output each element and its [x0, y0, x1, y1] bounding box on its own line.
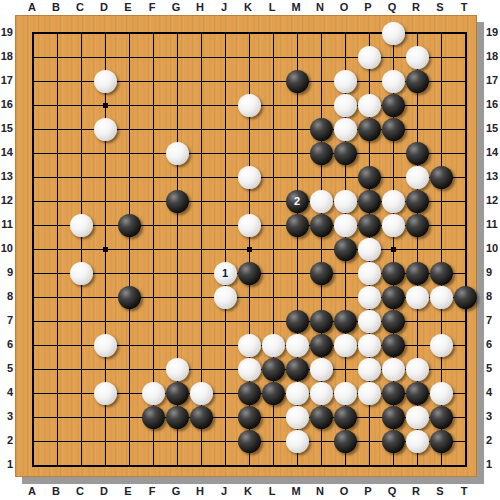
- stone-G3: [166, 406, 189, 429]
- stone-O7: [334, 310, 357, 333]
- stone-Q16: [382, 94, 405, 117]
- stone-O6: [334, 334, 357, 357]
- stone-N3: [310, 406, 333, 429]
- coord-label: K: [238, 0, 258, 15]
- stone-O10: [334, 238, 357, 261]
- coord-label: 15: [486, 120, 500, 136]
- star-point: [103, 247, 108, 252]
- stone-P7: [358, 310, 381, 333]
- stone-L5: [262, 358, 285, 381]
- coord-label: L: [262, 484, 282, 499]
- stone-Q3: [382, 406, 405, 429]
- coord-label: Q: [382, 484, 402, 499]
- coord-label: 18: [486, 48, 500, 64]
- coord-label: 7: [486, 312, 500, 328]
- coord-label: J: [214, 0, 234, 15]
- coord-label: S: [430, 484, 450, 499]
- stone-G12: [166, 190, 189, 213]
- stone-P10: [358, 238, 381, 261]
- stone-P9: [358, 262, 381, 285]
- coord-label: J: [214, 484, 234, 499]
- coord-label: P: [358, 0, 378, 15]
- stone-O11: [334, 214, 357, 237]
- coord-label: 12: [0, 192, 13, 208]
- stone-O14: [334, 142, 357, 165]
- coord-label: G: [166, 0, 186, 15]
- stone-Q11: [382, 214, 405, 237]
- stone-O2: [334, 430, 357, 453]
- stone-N11: [310, 214, 333, 237]
- stone-G4: [166, 382, 189, 405]
- stone-R17: [406, 70, 429, 93]
- stone-O17: [334, 70, 357, 93]
- stone-O3: [334, 406, 357, 429]
- stone-Q5: [382, 358, 405, 381]
- coord-label: H: [190, 484, 210, 499]
- stone-Q17: [382, 70, 405, 93]
- coord-label: O: [334, 484, 354, 499]
- stone-T8: [454, 286, 477, 309]
- stone-R9: [406, 262, 429, 285]
- coord-label: 19: [0, 24, 13, 40]
- stone-P18: [358, 46, 381, 69]
- stone-K6: [238, 334, 261, 357]
- coord-label: C: [70, 0, 90, 15]
- stone-L4: [262, 382, 285, 405]
- stone-M6: [286, 334, 309, 357]
- stone-M4: [286, 382, 309, 405]
- stone-K16: [238, 94, 261, 117]
- stone-D4: [94, 382, 117, 405]
- coord-label: 16: [486, 96, 500, 112]
- stone-K2: [238, 430, 261, 453]
- coord-label: 14: [0, 144, 13, 160]
- stone-R12: [406, 190, 429, 213]
- coord-label: 8: [486, 288, 500, 304]
- stone-P4: [358, 382, 381, 405]
- stone-D17: [94, 70, 117, 93]
- stone-P13: [358, 166, 381, 189]
- coord-label: B: [46, 484, 66, 499]
- coord-label: L: [262, 0, 282, 15]
- coord-label: H: [190, 0, 210, 15]
- stone-R13: [406, 166, 429, 189]
- stone-P6: [358, 334, 381, 357]
- stone-M17: [286, 70, 309, 93]
- stone-Q9: [382, 262, 405, 285]
- stone-S2: [430, 430, 453, 453]
- stone-R3: [406, 406, 429, 429]
- stone-N7: [310, 310, 333, 333]
- stone-E11: [118, 214, 141, 237]
- stone-O16: [334, 94, 357, 117]
- stone-L6: [262, 334, 285, 357]
- stone-P11: [358, 214, 381, 237]
- stone-S6: [430, 334, 453, 357]
- stone-O15: [334, 118, 357, 141]
- stone-R14: [406, 142, 429, 165]
- coord-label: E: [118, 484, 138, 499]
- coord-label: 3: [0, 408, 13, 424]
- coord-label: F: [142, 484, 162, 499]
- stone-Q7: [382, 310, 405, 333]
- stone-K3: [238, 406, 261, 429]
- stone-N5: [310, 358, 333, 381]
- stone-M12: 2: [286, 190, 309, 213]
- stone-R18: [406, 46, 429, 69]
- coord-label: R: [406, 0, 426, 15]
- go-diagram-page: 21 ABCDEFGHJKLMNOPQRST ABCDEFGHJKLMNOPQR…: [0, 0, 500, 500]
- stone-S8: [430, 286, 453, 309]
- coord-label: D: [94, 0, 114, 15]
- stone-F4: [142, 382, 165, 405]
- coord-label: A: [22, 484, 42, 499]
- stone-F3: [142, 406, 165, 429]
- stone-Q4: [382, 382, 405, 405]
- coord-label: D: [94, 484, 114, 499]
- coord-label: 14: [486, 144, 500, 160]
- stone-K4: [238, 382, 261, 405]
- coord-label: G: [166, 484, 186, 499]
- stone-N15: [310, 118, 333, 141]
- coord-label: 11: [486, 216, 500, 232]
- stone-R5: [406, 358, 429, 381]
- coord-label: Q: [382, 0, 402, 15]
- coord-label: P: [358, 484, 378, 499]
- stone-K9: [238, 262, 261, 285]
- coord-label: 19: [486, 24, 500, 40]
- coord-label: 8: [0, 288, 13, 304]
- stone-M7: [286, 310, 309, 333]
- coord-label: F: [142, 0, 162, 15]
- coord-label: K: [238, 484, 258, 499]
- move-number-label: 1: [222, 268, 228, 279]
- stone-C11: [70, 214, 93, 237]
- stone-R4: [406, 382, 429, 405]
- go-board[interactable]: 21: [15, 15, 477, 477]
- stone-P5: [358, 358, 381, 381]
- stone-Q2: [382, 430, 405, 453]
- stone-O4: [334, 382, 357, 405]
- stone-Q12: [382, 190, 405, 213]
- stone-Q15: [382, 118, 405, 141]
- coord-label: 10: [486, 240, 500, 256]
- coord-label: N: [310, 484, 330, 499]
- stone-R2: [406, 430, 429, 453]
- coord-label: 16: [0, 96, 13, 112]
- coord-label: 13: [0, 168, 13, 184]
- coord-label: 4: [0, 384, 13, 400]
- stone-G14: [166, 142, 189, 165]
- coord-label: 1: [486, 456, 500, 472]
- coord-label: 13: [486, 168, 500, 184]
- stone-P16: [358, 94, 381, 117]
- coord-label: T: [454, 0, 474, 15]
- coord-label: 2: [486, 432, 500, 448]
- coord-label: 6: [0, 336, 13, 352]
- coord-label: 10: [0, 240, 13, 256]
- stone-D6: [94, 334, 117, 357]
- coord-label: 7: [0, 312, 13, 328]
- stone-N14: [310, 142, 333, 165]
- stone-E8: [118, 286, 141, 309]
- coord-label: 11: [0, 216, 13, 232]
- stone-S13: [430, 166, 453, 189]
- coord-label: 6: [486, 336, 500, 352]
- coord-label: 15: [0, 120, 13, 136]
- coord-label: M: [286, 484, 306, 499]
- coord-label: M: [286, 0, 306, 15]
- coord-label: 5: [486, 360, 500, 376]
- stone-Q6: [382, 334, 405, 357]
- coord-label: E: [118, 0, 138, 15]
- stone-N9: [310, 262, 333, 285]
- coord-label: A: [22, 0, 42, 15]
- coord-label: C: [70, 484, 90, 499]
- stone-K5: [238, 358, 261, 381]
- stone-K13: [238, 166, 261, 189]
- stone-J8: [214, 286, 237, 309]
- stone-N12: [310, 190, 333, 213]
- stone-P15: [358, 118, 381, 141]
- coord-label: 2: [0, 432, 13, 448]
- star-point: [391, 247, 396, 252]
- stone-G5: [166, 358, 189, 381]
- stone-N6: [310, 334, 333, 357]
- star-point: [103, 103, 108, 108]
- stone-M3: [286, 406, 309, 429]
- coord-label: 1: [0, 456, 13, 472]
- coord-label: T: [454, 484, 474, 499]
- coord-label: 17: [0, 72, 13, 88]
- stone-J9: 1: [214, 262, 237, 285]
- coord-label: 9: [0, 264, 13, 280]
- stone-P12: [358, 190, 381, 213]
- coord-label: 4: [486, 384, 500, 400]
- stone-R8: [406, 286, 429, 309]
- stone-M5: [286, 358, 309, 381]
- stone-S3: [430, 406, 453, 429]
- stone-K11: [238, 214, 261, 237]
- coord-label: 9: [486, 264, 500, 280]
- stone-D15: [94, 118, 117, 141]
- stone-M11: [286, 214, 309, 237]
- stone-C9: [70, 262, 93, 285]
- coord-label: O: [334, 0, 354, 15]
- coord-label: S: [430, 0, 450, 15]
- stone-S4: [430, 382, 453, 405]
- coord-label: N: [310, 0, 330, 15]
- stone-H3: [190, 406, 213, 429]
- stone-Q19: [382, 22, 405, 45]
- coord-label: 12: [486, 192, 500, 208]
- coord-label: 3: [486, 408, 500, 424]
- coord-label: 5: [0, 360, 13, 376]
- stone-N4: [310, 382, 333, 405]
- coord-label: 17: [486, 72, 500, 88]
- stone-O12: [334, 190, 357, 213]
- stone-R11: [406, 214, 429, 237]
- coord-label: R: [406, 484, 426, 499]
- stone-Q8: [382, 286, 405, 309]
- stone-H4: [190, 382, 213, 405]
- stone-S9: [430, 262, 453, 285]
- coord-label: B: [46, 0, 66, 15]
- star-point: [247, 247, 252, 252]
- move-number-label: 2: [294, 196, 300, 207]
- coord-label: 18: [0, 48, 13, 64]
- stone-M2: [286, 430, 309, 453]
- stone-P8: [358, 286, 381, 309]
